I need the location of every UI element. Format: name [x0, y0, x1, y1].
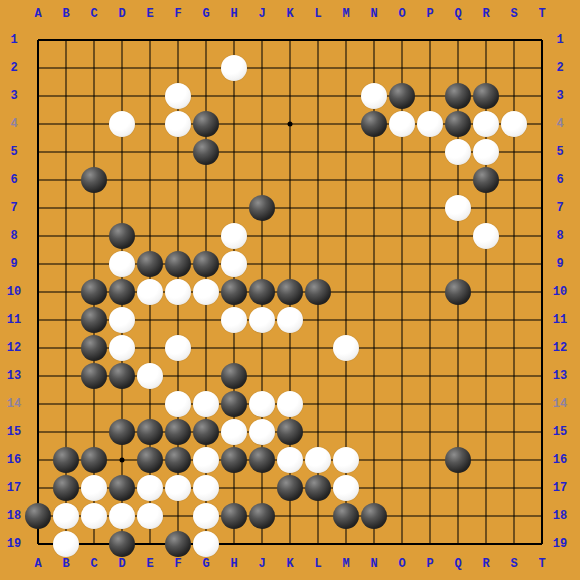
intersection-F16[interactable] [164, 446, 192, 474]
intersection-S19[interactable] [500, 530, 528, 558]
intersection-D14[interactable] [108, 390, 136, 418]
intersection-Q18[interactable] [444, 502, 472, 530]
intersection-J10[interactable] [248, 278, 276, 306]
intersection-J17[interactable] [248, 474, 276, 502]
intersection-M11[interactable] [332, 306, 360, 334]
intersection-P19[interactable] [416, 530, 444, 558]
intersection-E3[interactable] [136, 82, 164, 110]
intersection-C17[interactable] [80, 474, 108, 502]
intersection-Q7[interactable] [444, 194, 472, 222]
intersection-R1[interactable] [472, 26, 500, 54]
intersection-C18[interactable] [80, 502, 108, 530]
intersection-M12[interactable] [332, 334, 360, 362]
intersection-G1[interactable] [192, 26, 220, 54]
intersection-A7[interactable] [24, 194, 52, 222]
intersection-H8[interactable] [220, 222, 248, 250]
intersection-A15[interactable] [24, 418, 52, 446]
intersection-S17[interactable] [500, 474, 528, 502]
intersection-C14[interactable] [80, 390, 108, 418]
intersection-L1[interactable] [304, 26, 332, 54]
intersection-R4[interactable] [472, 110, 500, 138]
intersection-D9[interactable] [108, 250, 136, 278]
intersection-N16[interactable] [360, 446, 388, 474]
intersection-Q8[interactable] [444, 222, 472, 250]
intersection-O12[interactable] [388, 334, 416, 362]
intersection-A9[interactable] [24, 250, 52, 278]
intersection-O6[interactable] [388, 166, 416, 194]
intersection-C12[interactable] [80, 334, 108, 362]
intersection-N11[interactable] [360, 306, 388, 334]
intersection-R8[interactable] [472, 222, 500, 250]
intersection-B9[interactable] [52, 250, 80, 278]
intersection-Q16[interactable] [444, 446, 472, 474]
intersection-G9[interactable] [192, 250, 220, 278]
intersection-O16[interactable] [388, 446, 416, 474]
intersection-F1[interactable] [164, 26, 192, 54]
intersection-K14[interactable] [276, 390, 304, 418]
intersection-B19[interactable] [52, 530, 80, 558]
intersection-R6[interactable] [472, 166, 500, 194]
intersection-D6[interactable] [108, 166, 136, 194]
intersection-D4[interactable] [108, 110, 136, 138]
intersection-N15[interactable] [360, 418, 388, 446]
intersection-B16[interactable] [52, 446, 80, 474]
intersection-K3[interactable] [276, 82, 304, 110]
intersection-H18[interactable] [220, 502, 248, 530]
intersection-J7[interactable] [248, 194, 276, 222]
intersection-B14[interactable] [52, 390, 80, 418]
intersection-R15[interactable] [472, 418, 500, 446]
intersection-O4[interactable] [388, 110, 416, 138]
intersection-Q4[interactable] [444, 110, 472, 138]
intersection-R9[interactable] [472, 250, 500, 278]
intersection-A14[interactable] [24, 390, 52, 418]
intersection-J15[interactable] [248, 418, 276, 446]
intersection-K2[interactable] [276, 54, 304, 82]
intersection-E12[interactable] [136, 334, 164, 362]
intersection-M2[interactable] [332, 54, 360, 82]
intersection-S2[interactable] [500, 54, 528, 82]
intersection-A18[interactable] [24, 502, 52, 530]
intersection-M8[interactable] [332, 222, 360, 250]
intersection-R13[interactable] [472, 362, 500, 390]
intersection-S18[interactable] [500, 502, 528, 530]
intersection-E10[interactable] [136, 278, 164, 306]
intersection-H7[interactable] [220, 194, 248, 222]
intersection-E13[interactable] [136, 362, 164, 390]
intersection-A8[interactable] [24, 222, 52, 250]
intersection-D15[interactable] [108, 418, 136, 446]
intersection-M18[interactable] [332, 502, 360, 530]
intersection-E19[interactable] [136, 530, 164, 558]
intersection-P11[interactable] [416, 306, 444, 334]
intersection-A3[interactable] [24, 82, 52, 110]
intersection-G16[interactable] [192, 446, 220, 474]
intersection-K10[interactable] [276, 278, 304, 306]
intersection-D2[interactable] [108, 54, 136, 82]
intersection-B12[interactable] [52, 334, 80, 362]
intersection-B1[interactable] [52, 26, 80, 54]
intersection-E7[interactable] [136, 194, 164, 222]
intersection-G11[interactable] [192, 306, 220, 334]
intersection-G5[interactable] [192, 138, 220, 166]
intersection-F4[interactable] [164, 110, 192, 138]
intersection-H6[interactable] [220, 166, 248, 194]
intersection-G6[interactable] [192, 166, 220, 194]
intersection-B6[interactable] [52, 166, 80, 194]
intersection-C1[interactable] [80, 26, 108, 54]
intersection-D18[interactable] [108, 502, 136, 530]
intersection-N10[interactable] [360, 278, 388, 306]
intersection-D19[interactable] [108, 530, 136, 558]
intersection-G4[interactable] [192, 110, 220, 138]
intersection-L15[interactable] [304, 418, 332, 446]
intersection-H1[interactable] [220, 26, 248, 54]
intersection-R16[interactable] [472, 446, 500, 474]
intersection-F9[interactable] [164, 250, 192, 278]
intersection-B3[interactable] [52, 82, 80, 110]
intersection-D7[interactable] [108, 194, 136, 222]
intersection-C19[interactable] [80, 530, 108, 558]
intersection-G18[interactable] [192, 502, 220, 530]
intersection-C10[interactable] [80, 278, 108, 306]
intersection-L19[interactable] [304, 530, 332, 558]
intersection-A13[interactable] [24, 362, 52, 390]
intersection-Q13[interactable] [444, 362, 472, 390]
intersection-O2[interactable] [388, 54, 416, 82]
intersection-F8[interactable] [164, 222, 192, 250]
intersection-C11[interactable] [80, 306, 108, 334]
intersection-E4[interactable] [136, 110, 164, 138]
intersection-K16[interactable] [276, 446, 304, 474]
intersection-S8[interactable] [500, 222, 528, 250]
intersection-G13[interactable] [192, 362, 220, 390]
intersection-J16[interactable] [248, 446, 276, 474]
intersection-K15[interactable] [276, 418, 304, 446]
intersection-H10[interactable] [220, 278, 248, 306]
intersection-Q17[interactable] [444, 474, 472, 502]
intersection-L6[interactable] [304, 166, 332, 194]
intersection-H2[interactable] [220, 54, 248, 82]
intersection-P9[interactable] [416, 250, 444, 278]
intersection-Q6[interactable] [444, 166, 472, 194]
intersection-B4[interactable] [52, 110, 80, 138]
intersection-B13[interactable] [52, 362, 80, 390]
intersection-C4[interactable] [80, 110, 108, 138]
intersection-B18[interactable] [52, 502, 80, 530]
intersection-C6[interactable] [80, 166, 108, 194]
intersection-M13[interactable] [332, 362, 360, 390]
intersection-J14[interactable] [248, 390, 276, 418]
intersection-K4[interactable] [276, 110, 304, 138]
intersection-S12[interactable] [500, 334, 528, 362]
intersection-S15[interactable] [500, 418, 528, 446]
intersection-G19[interactable] [192, 530, 220, 558]
intersection-C13[interactable] [80, 362, 108, 390]
intersection-B7[interactable] [52, 194, 80, 222]
intersection-O15[interactable] [388, 418, 416, 446]
intersection-S16[interactable] [500, 446, 528, 474]
intersection-L5[interactable] [304, 138, 332, 166]
intersection-N18[interactable] [360, 502, 388, 530]
intersection-N9[interactable] [360, 250, 388, 278]
intersection-F14[interactable] [164, 390, 192, 418]
intersection-O7[interactable] [388, 194, 416, 222]
intersection-L7[interactable] [304, 194, 332, 222]
intersection-J1[interactable] [248, 26, 276, 54]
intersection-R3[interactable] [472, 82, 500, 110]
intersection-R18[interactable] [472, 502, 500, 530]
intersection-H15[interactable] [220, 418, 248, 446]
intersection-J5[interactable] [248, 138, 276, 166]
intersection-S7[interactable] [500, 194, 528, 222]
intersection-M19[interactable] [332, 530, 360, 558]
intersection-H14[interactable] [220, 390, 248, 418]
intersection-Q1[interactable] [444, 26, 472, 54]
intersection-Q11[interactable] [444, 306, 472, 334]
intersection-B15[interactable] [52, 418, 80, 446]
intersection-H12[interactable] [220, 334, 248, 362]
intersection-A17[interactable] [24, 474, 52, 502]
intersection-A10[interactable] [24, 278, 52, 306]
intersection-S10[interactable] [500, 278, 528, 306]
intersection-K13[interactable] [276, 362, 304, 390]
intersection-M4[interactable] [332, 110, 360, 138]
intersection-O9[interactable] [388, 250, 416, 278]
intersection-K7[interactable] [276, 194, 304, 222]
intersection-F5[interactable] [164, 138, 192, 166]
intersection-A16[interactable] [24, 446, 52, 474]
intersection-S1[interactable] [500, 26, 528, 54]
intersection-B2[interactable] [52, 54, 80, 82]
intersection-M9[interactable] [332, 250, 360, 278]
intersection-N5[interactable] [360, 138, 388, 166]
intersection-C7[interactable] [80, 194, 108, 222]
intersection-O17[interactable] [388, 474, 416, 502]
intersection-K6[interactable] [276, 166, 304, 194]
intersection-L9[interactable] [304, 250, 332, 278]
intersection-N13[interactable] [360, 362, 388, 390]
intersection-B11[interactable] [52, 306, 80, 334]
intersection-C9[interactable] [80, 250, 108, 278]
intersection-D13[interactable] [108, 362, 136, 390]
intersection-R2[interactable] [472, 54, 500, 82]
intersection-M7[interactable] [332, 194, 360, 222]
intersection-S14[interactable] [500, 390, 528, 418]
intersection-E5[interactable] [136, 138, 164, 166]
intersection-P10[interactable] [416, 278, 444, 306]
intersection-L8[interactable] [304, 222, 332, 250]
intersection-D5[interactable] [108, 138, 136, 166]
intersection-A2[interactable] [24, 54, 52, 82]
intersection-A12[interactable] [24, 334, 52, 362]
intersection-O18[interactable] [388, 502, 416, 530]
intersection-Q9[interactable] [444, 250, 472, 278]
intersection-P7[interactable] [416, 194, 444, 222]
intersection-K8[interactable] [276, 222, 304, 250]
intersection-K9[interactable] [276, 250, 304, 278]
intersection-S3[interactable] [500, 82, 528, 110]
intersection-M10[interactable] [332, 278, 360, 306]
intersection-C15[interactable] [80, 418, 108, 446]
intersection-D12[interactable] [108, 334, 136, 362]
intersection-H17[interactable] [220, 474, 248, 502]
intersection-H9[interactable] [220, 250, 248, 278]
intersection-D17[interactable] [108, 474, 136, 502]
intersection-J11[interactable] [248, 306, 276, 334]
intersection-H19[interactable] [220, 530, 248, 558]
intersection-M6[interactable] [332, 166, 360, 194]
intersection-A4[interactable] [24, 110, 52, 138]
intersection-G10[interactable] [192, 278, 220, 306]
intersection-C3[interactable] [80, 82, 108, 110]
intersection-K11[interactable] [276, 306, 304, 334]
intersection-J6[interactable] [248, 166, 276, 194]
intersection-P2[interactable] [416, 54, 444, 82]
intersection-R17[interactable] [472, 474, 500, 502]
intersection-J12[interactable] [248, 334, 276, 362]
intersection-N3[interactable] [360, 82, 388, 110]
intersection-H11[interactable] [220, 306, 248, 334]
intersection-D16[interactable] [108, 446, 136, 474]
intersection-L13[interactable] [304, 362, 332, 390]
intersection-H13[interactable] [220, 362, 248, 390]
intersection-L2[interactable] [304, 54, 332, 82]
intersection-C16[interactable] [80, 446, 108, 474]
intersection-R7[interactable] [472, 194, 500, 222]
intersection-F19[interactable] [164, 530, 192, 558]
intersection-E8[interactable] [136, 222, 164, 250]
intersection-F17[interactable] [164, 474, 192, 502]
intersection-Q3[interactable] [444, 82, 472, 110]
intersection-J4[interactable] [248, 110, 276, 138]
intersection-Q19[interactable] [444, 530, 472, 558]
intersection-F18[interactable] [164, 502, 192, 530]
intersection-F12[interactable] [164, 334, 192, 362]
intersection-P4[interactable] [416, 110, 444, 138]
intersection-O14[interactable] [388, 390, 416, 418]
intersection-O1[interactable] [388, 26, 416, 54]
intersection-M14[interactable] [332, 390, 360, 418]
intersection-O11[interactable] [388, 306, 416, 334]
intersection-Q2[interactable] [444, 54, 472, 82]
intersection-A19[interactable] [24, 530, 52, 558]
intersection-C2[interactable] [80, 54, 108, 82]
intersection-K17[interactable] [276, 474, 304, 502]
intersection-P12[interactable] [416, 334, 444, 362]
intersection-E2[interactable] [136, 54, 164, 82]
intersection-K19[interactable] [276, 530, 304, 558]
intersection-O5[interactable] [388, 138, 416, 166]
intersection-L3[interactable] [304, 82, 332, 110]
intersection-H16[interactable] [220, 446, 248, 474]
intersection-R12[interactable] [472, 334, 500, 362]
intersection-F6[interactable] [164, 166, 192, 194]
intersection-B10[interactable] [52, 278, 80, 306]
intersection-F2[interactable] [164, 54, 192, 82]
intersection-J2[interactable] [248, 54, 276, 82]
intersection-F13[interactable] [164, 362, 192, 390]
intersection-E9[interactable] [136, 250, 164, 278]
intersection-G12[interactable] [192, 334, 220, 362]
intersection-P15[interactable] [416, 418, 444, 446]
intersection-P6[interactable] [416, 166, 444, 194]
intersection-L18[interactable] [304, 502, 332, 530]
intersection-G8[interactable] [192, 222, 220, 250]
intersection-L17[interactable] [304, 474, 332, 502]
intersection-H3[interactable] [220, 82, 248, 110]
intersection-A1[interactable] [24, 26, 52, 54]
intersection-P14[interactable] [416, 390, 444, 418]
intersection-N4[interactable] [360, 110, 388, 138]
intersection-D11[interactable] [108, 306, 136, 334]
intersection-J18[interactable] [248, 502, 276, 530]
intersection-M5[interactable] [332, 138, 360, 166]
intersection-S5[interactable] [500, 138, 528, 166]
intersection-G7[interactable] [192, 194, 220, 222]
intersection-P3[interactable] [416, 82, 444, 110]
board-grid[interactable] [24, 26, 556, 558]
intersection-E6[interactable] [136, 166, 164, 194]
intersection-Q14[interactable] [444, 390, 472, 418]
intersection-M3[interactable] [332, 82, 360, 110]
intersection-M16[interactable] [332, 446, 360, 474]
intersection-F7[interactable] [164, 194, 192, 222]
intersection-N1[interactable] [360, 26, 388, 54]
intersection-N2[interactable] [360, 54, 388, 82]
intersection-E18[interactable] [136, 502, 164, 530]
intersection-Q10[interactable] [444, 278, 472, 306]
intersection-G15[interactable] [192, 418, 220, 446]
intersection-P17[interactable] [416, 474, 444, 502]
intersection-H4[interactable] [220, 110, 248, 138]
intersection-P18[interactable] [416, 502, 444, 530]
intersection-O19[interactable] [388, 530, 416, 558]
intersection-G2[interactable] [192, 54, 220, 82]
intersection-F10[interactable] [164, 278, 192, 306]
intersection-P13[interactable] [416, 362, 444, 390]
intersection-D8[interactable] [108, 222, 136, 250]
intersection-P16[interactable] [416, 446, 444, 474]
intersection-D10[interactable] [108, 278, 136, 306]
intersection-G14[interactable] [192, 390, 220, 418]
intersection-J9[interactable] [248, 250, 276, 278]
intersection-P1[interactable] [416, 26, 444, 54]
intersection-L16[interactable] [304, 446, 332, 474]
intersection-N7[interactable] [360, 194, 388, 222]
intersection-O13[interactable] [388, 362, 416, 390]
intersection-S4[interactable] [500, 110, 528, 138]
intersection-G3[interactable] [192, 82, 220, 110]
intersection-O8[interactable] [388, 222, 416, 250]
intersection-S11[interactable] [500, 306, 528, 334]
intersection-K18[interactable] [276, 502, 304, 530]
intersection-N17[interactable] [360, 474, 388, 502]
intersection-B5[interactable] [52, 138, 80, 166]
intersection-B17[interactable] [52, 474, 80, 502]
intersection-R14[interactable] [472, 390, 500, 418]
intersection-O3[interactable] [388, 82, 416, 110]
intersection-R11[interactable] [472, 306, 500, 334]
intersection-F15[interactable] [164, 418, 192, 446]
intersection-D1[interactable] [108, 26, 136, 54]
intersection-E14[interactable] [136, 390, 164, 418]
intersection-N19[interactable] [360, 530, 388, 558]
intersection-Q5[interactable] [444, 138, 472, 166]
intersection-N8[interactable] [360, 222, 388, 250]
intersection-J13[interactable] [248, 362, 276, 390]
intersection-K5[interactable] [276, 138, 304, 166]
